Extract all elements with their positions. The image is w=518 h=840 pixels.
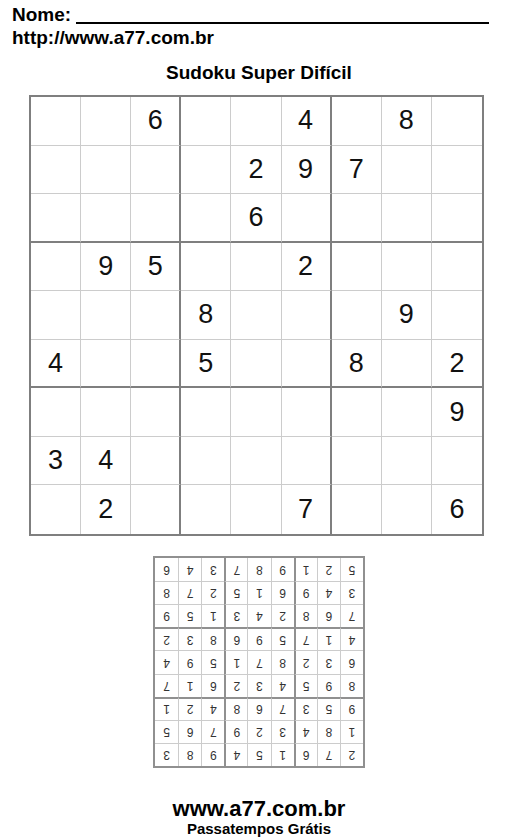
sudoku-cell-r7c4 [181, 388, 231, 437]
solution-cell-r3c4: 7 [271, 697, 294, 720]
solution-cell-r1c2: 7 [317, 743, 340, 766]
solution-cell-r2c8: 6 [178, 720, 201, 743]
sudoku-cell-r7c6 [282, 388, 332, 437]
sudoku-cell-r1c7 [332, 97, 382, 146]
solution-cell-r9c6: 7 [224, 558, 247, 581]
sudoku-cell-r9c8 [382, 485, 432, 534]
sudoku-cell-r1c8: 8 [382, 97, 432, 146]
solution-cell-r1c8: 8 [178, 743, 201, 766]
sudoku-cell-r3c1 [31, 194, 81, 243]
sudoku-grid: 6482976952894582934276 [29, 95, 484, 536]
solution-cell-r2c1: 1 [340, 720, 363, 743]
sudoku-cell-r5c8: 9 [382, 291, 432, 340]
solution-cell-r7c3: 8 [294, 604, 317, 627]
sudoku-cell-r6c9: 2 [432, 340, 482, 389]
sudoku-cell-r4c4 [181, 243, 231, 292]
sudoku-cell-r4c1 [31, 243, 81, 292]
sudoku-cell-r1c3: 6 [131, 97, 181, 146]
sudoku-cell-r8c1: 3 [31, 437, 81, 486]
sudoku-cell-r5c3 [131, 291, 181, 340]
solution-cell-r9c1: 5 [340, 558, 363, 581]
solution-cell-r4c8: 1 [178, 674, 201, 697]
sudoku-cell-r2c8 [382, 146, 432, 195]
sudoku-cell-r9c9: 6 [432, 485, 482, 534]
solution-cell-r7c5: 4 [247, 604, 270, 627]
solution-cell-r7c8: 5 [178, 604, 201, 627]
sudoku-cell-r5c1 [31, 291, 81, 340]
solution-cell-r4c2: 9 [317, 674, 340, 697]
solution-cell-r3c5: 6 [247, 697, 270, 720]
solution-cell-r6c4: 5 [271, 627, 294, 650]
sudoku-cell-r8c2: 4 [81, 437, 131, 486]
solution-cell-r5c6: 1 [224, 650, 247, 673]
sudoku-cell-r6c4: 5 [181, 340, 231, 389]
solution-cell-r4c1: 8 [340, 674, 363, 697]
sudoku-cell-r8c5 [231, 437, 281, 486]
solution-cell-r8c8: 7 [178, 581, 201, 604]
page: Nome: http://www.a77.com.br Sudoku Super… [0, 0, 518, 840]
sudoku-cell-r9c3 [131, 485, 181, 534]
solution-cell-r9c7: 3 [201, 558, 224, 581]
sudoku-cell-r5c7 [332, 291, 382, 340]
solution-cell-r6c9: 2 [155, 627, 178, 650]
solution-cell-r9c3: 1 [294, 558, 317, 581]
sudoku-cell-r4c2: 9 [81, 243, 131, 292]
site-url-header: http://www.a77.com.br [12, 27, 214, 49]
sudoku-cell-r3c9 [432, 194, 482, 243]
solution-cell-r5c4: 8 [271, 650, 294, 673]
sudoku-cell-r7c3 [131, 388, 181, 437]
sudoku-cell-r8c3 [131, 437, 181, 486]
sudoku-cell-r7c7 [332, 388, 382, 437]
solution-cell-r7c9: 9 [155, 604, 178, 627]
solution-cell-r3c6: 8 [224, 697, 247, 720]
sudoku-cell-r3c2 [81, 194, 131, 243]
sudoku-cell-r1c6: 4 [282, 97, 332, 146]
solution-cell-r1c7: 9 [201, 743, 224, 766]
sudoku-cell-r9c1 [31, 485, 81, 534]
solution-grid-upside-down: 2761549831843297659537684218954326176328… [153, 556, 365, 768]
name-label: Nome: [12, 4, 71, 26]
sudoku-cell-r6c7: 8 [332, 340, 382, 389]
solution-cell-r2c6: 9 [224, 720, 247, 743]
sudoku-cell-r9c2: 2 [81, 485, 131, 534]
solution-cell-r2c4: 3 [271, 720, 294, 743]
sudoku-cell-r3c8 [382, 194, 432, 243]
sudoku-cell-r4c6: 2 [282, 243, 332, 292]
solution-cell-r2c9: 5 [155, 720, 178, 743]
solution-cell-r5c7: 5 [201, 650, 224, 673]
sudoku-cell-r3c3 [131, 194, 181, 243]
solution-cell-r7c4: 2 [271, 604, 294, 627]
solution-cell-r5c8: 9 [178, 650, 201, 673]
sudoku-cell-r2c6: 9 [282, 146, 332, 195]
sudoku-cell-r2c5: 2 [231, 146, 281, 195]
sudoku-cell-r7c8 [382, 388, 432, 437]
sudoku-cell-r9c6: 7 [282, 485, 332, 534]
solution-cell-r3c1: 9 [340, 697, 363, 720]
sudoku-cell-r4c7 [332, 243, 382, 292]
sudoku-cell-r9c4 [181, 485, 231, 534]
solution-cell-r1c1: 2 [340, 743, 363, 766]
footer-tagline: Passatempos Grátis [0, 820, 518, 837]
solution-cell-r5c3: 2 [294, 650, 317, 673]
sudoku-cell-r9c7 [332, 485, 382, 534]
sudoku-cell-r2c3 [131, 146, 181, 195]
sudoku-cell-r1c4 [181, 97, 231, 146]
sudoku-cell-r5c5 [231, 291, 281, 340]
solution-cell-r7c2: 6 [317, 604, 340, 627]
solution-cell-r9c4: 9 [271, 558, 294, 581]
sudoku-cell-r1c1 [31, 97, 81, 146]
solution-cell-r4c7: 6 [201, 674, 224, 697]
sudoku-cell-r6c6 [282, 340, 332, 389]
solution-cell-r9c2: 2 [317, 558, 340, 581]
sudoku-cell-r8c4 [181, 437, 231, 486]
page-title: Sudoku Super Difícil [0, 62, 518, 84]
solution-cell-r7c1: 7 [340, 604, 363, 627]
solution-cell-r6c5: 9 [247, 627, 270, 650]
sudoku-cell-r3c4 [181, 194, 231, 243]
sudoku-cell-r8c7 [332, 437, 382, 486]
solution-cell-r8c3: 9 [294, 581, 317, 604]
solution-cell-r4c5: 3 [247, 674, 270, 697]
solution-cell-r9c8: 4 [178, 558, 201, 581]
solution-cell-r6c1: 4 [340, 627, 363, 650]
solution-cell-r8c2: 4 [317, 581, 340, 604]
sudoku-cell-r8c9 [432, 437, 482, 486]
solution-cell-r3c9: 1 [155, 697, 178, 720]
sudoku-cell-r4c5 [231, 243, 281, 292]
sudoku-cell-r9c5 [231, 485, 281, 534]
sudoku-cell-r8c6 [282, 437, 332, 486]
sudoku-cell-r1c5 [231, 97, 281, 146]
sudoku-cell-r2c9 [432, 146, 482, 195]
solution-cell-r1c4: 1 [271, 743, 294, 766]
solution-cell-r8c1: 3 [340, 581, 363, 604]
sudoku-cell-r2c1 [31, 146, 81, 195]
solution-cell-r2c2: 8 [317, 720, 340, 743]
solution-cell-r1c9: 3 [155, 743, 178, 766]
solution-cell-r5c9: 4 [155, 650, 178, 673]
sudoku-cell-r7c1 [31, 388, 81, 437]
solution-cell-r4c9: 7 [155, 674, 178, 697]
sudoku-cell-r6c5 [231, 340, 281, 389]
solution-cell-r6c2: 1 [317, 627, 340, 650]
solution-cell-r7c6: 3 [224, 604, 247, 627]
sudoku-cell-r5c2 [81, 291, 131, 340]
solution-cell-r2c5: 2 [247, 720, 270, 743]
solution-cell-r8c9: 8 [155, 581, 178, 604]
solution-cell-r5c1: 6 [340, 650, 363, 673]
solution-cell-r5c2: 3 [317, 650, 340, 673]
sudoku-cell-r5c4: 8 [181, 291, 231, 340]
sudoku-cell-r7c2 [81, 388, 131, 437]
sudoku-cell-r4c9 [432, 243, 482, 292]
solution-cell-r6c3: 7 [294, 627, 317, 650]
solution-cell-r8c6: 5 [224, 581, 247, 604]
sudoku-cell-r6c2 [81, 340, 131, 389]
solution-cell-r9c9: 6 [155, 558, 178, 581]
solution-cell-r6c6: 6 [224, 627, 247, 650]
solution-cell-r8c4: 6 [271, 581, 294, 604]
solution-cell-r3c3: 3 [294, 697, 317, 720]
solution-cell-r3c2: 5 [317, 697, 340, 720]
sudoku-cell-r2c7: 7 [332, 146, 382, 195]
sudoku-cell-r6c8 [382, 340, 432, 389]
solution-cell-r8c5: 1 [247, 581, 270, 604]
name-fill-line [76, 22, 489, 24]
sudoku-cell-r2c4 [181, 146, 231, 195]
sudoku-cell-r3c5: 6 [231, 194, 281, 243]
sudoku-cell-r8c8 [382, 437, 432, 486]
solution-cell-r3c8: 2 [178, 697, 201, 720]
solution-cell-r8c7: 2 [201, 581, 224, 604]
sudoku-cell-r4c8 [382, 243, 432, 292]
sudoku-cell-r7c5 [231, 388, 281, 437]
sudoku-cell-r4c3: 5 [131, 243, 181, 292]
sudoku-cell-r6c3 [131, 340, 181, 389]
solution-cell-r6c8: 3 [178, 627, 201, 650]
solution-cell-r5c5: 7 [247, 650, 270, 673]
solution-cell-r4c4: 4 [271, 674, 294, 697]
sudoku-cell-r5c9 [432, 291, 482, 340]
solution-cell-r6c7: 8 [201, 627, 224, 650]
sudoku-cell-r2c2 [81, 146, 131, 195]
sudoku-cell-r1c2 [81, 97, 131, 146]
sudoku-cell-r3c7 [332, 194, 382, 243]
sudoku-cell-r1c9 [432, 97, 482, 146]
solution-cell-r3c7: 4 [201, 697, 224, 720]
solution-cell-r2c3: 4 [294, 720, 317, 743]
sudoku-cell-r3c6 [282, 194, 332, 243]
solution-cell-r4c6: 2 [224, 674, 247, 697]
sudoku-cell-r7c9: 9 [432, 388, 482, 437]
solution-cell-r9c5: 8 [247, 558, 270, 581]
footer-site: www.a77.com.br [0, 796, 518, 822]
solution-cell-r1c3: 6 [294, 743, 317, 766]
sudoku-cell-r5c6 [282, 291, 332, 340]
solution-cell-r4c3: 5 [294, 674, 317, 697]
solution-cell-r2c7: 7 [201, 720, 224, 743]
solution-cell-r7c7: 1 [201, 604, 224, 627]
solution-cell-r1c5: 5 [247, 743, 270, 766]
solution-cell-r1c6: 4 [224, 743, 247, 766]
sudoku-cell-r6c1: 4 [31, 340, 81, 389]
